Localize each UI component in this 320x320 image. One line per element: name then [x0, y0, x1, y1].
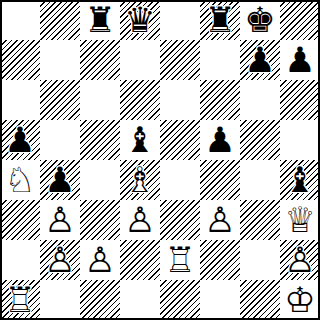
square-g7[interactable]: ♟♟ — [240, 40, 280, 80]
white-bishop-icon: ♗ — [124, 163, 155, 198]
white-pawn: ♟♙ — [40, 240, 80, 280]
black-pawn: ♟♟ — [280, 40, 320, 80]
square-d1[interactable] — [120, 280, 160, 320]
black-rook-icon: ♜ — [204, 3, 235, 38]
square-g2[interactable] — [240, 240, 280, 280]
square-f3[interactable]: ♟♙ — [200, 200, 240, 240]
square-d4[interactable]: ♝♗ — [120, 160, 160, 200]
square-a7[interactable] — [0, 40, 40, 80]
square-c4[interactable] — [80, 160, 120, 200]
square-a5[interactable]: ♟♟ — [0, 120, 40, 160]
white-pawn: ♟♙ — [200, 200, 240, 240]
square-h3[interactable]: ♛♕ — [280, 200, 320, 240]
square-c5[interactable] — [80, 120, 120, 160]
chess-board: ♜♜♛♛♜♜♚♚♟♟♟♟♟♟♝♝♟♟♞♘♟♟♝♗♝♝♟♙♟♙♟♙♛♕♟♙♟♙♜♖… — [0, 0, 320, 320]
white-pawn: ♟♙ — [280, 240, 320, 280]
white-rook-icon: ♖ — [164, 243, 195, 278]
white-king: ♚♔ — [280, 280, 320, 320]
black-pawn: ♟♟ — [40, 160, 80, 200]
square-h4[interactable]: ♝♝ — [280, 160, 320, 200]
square-f1[interactable] — [200, 280, 240, 320]
square-d6[interactable] — [120, 80, 160, 120]
white-bishop: ♝♗ — [120, 160, 160, 200]
black-bishop: ♝♝ — [120, 120, 160, 160]
square-b4[interactable]: ♟♟ — [40, 160, 80, 200]
black-bishop: ♝♝ — [280, 160, 320, 200]
black-pawn: ♟♟ — [200, 120, 240, 160]
square-b1[interactable] — [40, 280, 80, 320]
square-a3[interactable] — [0, 200, 40, 240]
black-pawn: ♟♟ — [0, 120, 40, 160]
square-e1[interactable] — [160, 280, 200, 320]
square-b3[interactable]: ♟♙ — [40, 200, 80, 240]
square-e5[interactable] — [160, 120, 200, 160]
white-pawn-icon: ♙ — [44, 203, 75, 238]
square-e6[interactable] — [160, 80, 200, 120]
black-queen-icon: ♛ — [124, 3, 155, 38]
square-g4[interactable] — [240, 160, 280, 200]
square-e2[interactable]: ♜♖ — [160, 240, 200, 280]
square-e3[interactable] — [160, 200, 200, 240]
square-a8[interactable] — [0, 0, 40, 40]
white-pawn-icon: ♙ — [204, 203, 235, 238]
square-a6[interactable] — [0, 80, 40, 120]
black-pawn-icon: ♟ — [284, 43, 315, 78]
white-pawn: ♟♙ — [120, 200, 160, 240]
white-knight-icon: ♘ — [4, 163, 35, 198]
white-king-icon: ♔ — [284, 283, 315, 318]
white-rook-icon: ♖ — [4, 283, 35, 318]
black-pawn: ♟♟ — [240, 40, 280, 80]
square-g6[interactable] — [240, 80, 280, 120]
square-b5[interactable] — [40, 120, 80, 160]
square-c2[interactable]: ♟♙ — [80, 240, 120, 280]
white-rook: ♜♖ — [160, 240, 200, 280]
white-pawn-icon: ♙ — [84, 243, 115, 278]
square-f2[interactable] — [200, 240, 240, 280]
square-g8[interactable]: ♚♚ — [240, 0, 280, 40]
black-king-icon: ♚ — [244, 3, 275, 38]
black-bishop-icon: ♝ — [284, 163, 315, 198]
square-c3[interactable] — [80, 200, 120, 240]
black-pawn-icon: ♟ — [204, 123, 235, 158]
black-king: ♚♚ — [240, 0, 280, 40]
white-knight: ♞♘ — [0, 160, 40, 200]
square-a1[interactable]: ♜♖ — [0, 280, 40, 320]
black-rook: ♜♜ — [200, 0, 240, 40]
square-a4[interactable]: ♞♘ — [0, 160, 40, 200]
square-h8[interactable] — [280, 0, 320, 40]
white-pawn-icon: ♙ — [284, 243, 315, 278]
white-pawn-icon: ♙ — [124, 203, 155, 238]
square-c7[interactable] — [80, 40, 120, 80]
square-f4[interactable] — [200, 160, 240, 200]
square-h7[interactable]: ♟♟ — [280, 40, 320, 80]
square-f5[interactable]: ♟♟ — [200, 120, 240, 160]
square-b7[interactable] — [40, 40, 80, 80]
white-queen: ♛♕ — [280, 200, 320, 240]
square-f6[interactable] — [200, 80, 240, 120]
square-e4[interactable] — [160, 160, 200, 200]
square-g3[interactable] — [240, 200, 280, 240]
square-e8[interactable] — [160, 0, 200, 40]
black-pawn-icon: ♟ — [244, 43, 275, 78]
square-b2[interactable]: ♟♙ — [40, 240, 80, 280]
black-rook-icon: ♜ — [84, 3, 115, 38]
black-queen: ♛♛ — [120, 0, 160, 40]
square-a2[interactable] — [0, 240, 40, 280]
white-pawn: ♟♙ — [80, 240, 120, 280]
square-f8[interactable]: ♜♜ — [200, 0, 240, 40]
square-c6[interactable] — [80, 80, 120, 120]
square-d7[interactable] — [120, 40, 160, 80]
square-e7[interactable] — [160, 40, 200, 80]
black-rook: ♜♜ — [80, 0, 120, 40]
square-d2[interactable] — [120, 240, 160, 280]
black-pawn-icon: ♟ — [44, 163, 75, 198]
white-pawn-icon: ♙ — [44, 243, 75, 278]
white-queen-icon: ♕ — [284, 203, 315, 238]
square-g5[interactable] — [240, 120, 280, 160]
black-bishop-icon: ♝ — [124, 123, 155, 158]
square-b6[interactable] — [40, 80, 80, 120]
square-g1[interactable] — [240, 280, 280, 320]
square-d5[interactable]: ♝♝ — [120, 120, 160, 160]
square-d8[interactable]: ♛♛ — [120, 0, 160, 40]
square-c8[interactable]: ♜♜ — [80, 0, 120, 40]
square-c1[interactable] — [80, 280, 120, 320]
square-h1[interactable]: ♚♔ — [280, 280, 320, 320]
square-h5[interactable] — [280, 120, 320, 160]
square-h6[interactable] — [280, 80, 320, 120]
square-h2[interactable]: ♟♙ — [280, 240, 320, 280]
white-pawn: ♟♙ — [40, 200, 80, 240]
square-f7[interactable] — [200, 40, 240, 80]
white-rook: ♜♖ — [0, 280, 40, 320]
square-b8[interactable] — [40, 0, 80, 40]
black-pawn-icon: ♟ — [4, 123, 35, 158]
square-d3[interactable]: ♟♙ — [120, 200, 160, 240]
